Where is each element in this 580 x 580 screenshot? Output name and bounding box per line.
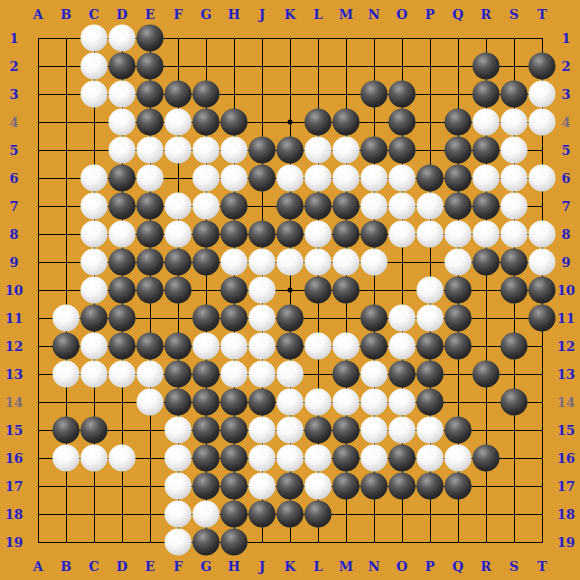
white-stone-F7 [165, 193, 192, 220]
star-point-K10 [288, 288, 293, 293]
column-label-bottom-Q: Q [452, 559, 463, 574]
white-stone-C13 [81, 361, 108, 388]
white-stone-G18 [193, 501, 220, 528]
black-stone-M17 [333, 473, 360, 500]
column-label-bottom-N: N [368, 559, 380, 574]
black-stone-K12 [277, 333, 304, 360]
black-stone-R5 [473, 137, 500, 164]
column-label-top-Q: Q [452, 7, 463, 22]
white-stone-C8 [81, 221, 108, 248]
white-stone-N13 [361, 361, 388, 388]
row-label-left-6: 6 [9, 171, 18, 186]
row-label-right-7: 7 [561, 199, 570, 214]
white-stone-D1 [109, 25, 136, 52]
black-stone-O13 [389, 361, 416, 388]
black-stone-T11 [529, 305, 556, 332]
white-stone-L6 [305, 165, 332, 192]
column-label-top-K: K [284, 7, 295, 22]
black-stone-G13 [193, 361, 220, 388]
white-stone-B16 [53, 445, 80, 472]
black-stone-R13 [473, 361, 500, 388]
black-stone-D9 [109, 249, 136, 276]
column-label-top-N: N [368, 7, 380, 22]
black-stone-J18 [249, 501, 276, 528]
row-label-left-19: 19 [5, 535, 23, 550]
white-stone-F4 [165, 109, 192, 136]
white-stone-L17 [305, 473, 332, 500]
column-label-bottom-G: G [200, 559, 211, 574]
black-stone-J6 [249, 165, 276, 192]
column-label-bottom-C: C [89, 559, 99, 574]
black-stone-H7 [221, 193, 248, 220]
star-point-K4 [288, 120, 293, 125]
black-stone-O4 [389, 109, 416, 136]
black-stone-M13 [333, 361, 360, 388]
white-stone-K15 [277, 417, 304, 444]
black-stone-Q11 [445, 305, 472, 332]
white-stone-P8 [417, 221, 444, 248]
white-stone-D16 [109, 445, 136, 472]
white-stone-D8 [109, 221, 136, 248]
white-stone-F16 [165, 445, 192, 472]
white-stone-B13 [53, 361, 80, 388]
white-stone-M6 [333, 165, 360, 192]
black-stone-H18 [221, 501, 248, 528]
white-stone-F17 [165, 473, 192, 500]
column-label-bottom-J: J [259, 559, 265, 574]
black-stone-Q4 [445, 109, 472, 136]
black-stone-S10 [501, 277, 528, 304]
black-stone-Q7 [445, 193, 472, 220]
column-label-top-L: L [313, 7, 322, 22]
black-stone-N3 [361, 81, 388, 108]
black-stone-H10 [221, 277, 248, 304]
black-stone-G14 [193, 389, 220, 416]
white-stone-C12 [81, 333, 108, 360]
white-stone-G6 [193, 165, 220, 192]
white-stone-O12 [389, 333, 416, 360]
row-label-right-16: 16 [557, 451, 575, 466]
black-stone-C11 [81, 305, 108, 332]
column-label-bottom-H: H [228, 559, 240, 574]
row-label-right-17: 17 [557, 479, 575, 494]
black-stone-N11 [361, 305, 388, 332]
white-stone-Q8 [445, 221, 472, 248]
black-stone-Q5 [445, 137, 472, 164]
black-stone-M8 [333, 221, 360, 248]
column-label-top-S: S [509, 7, 518, 22]
white-stone-O7 [389, 193, 416, 220]
white-stone-P15 [417, 417, 444, 444]
black-stone-G19 [193, 529, 220, 556]
white-stone-T8 [529, 221, 556, 248]
black-stone-G15 [193, 417, 220, 444]
column-label-top-C: C [89, 7, 99, 22]
black-stone-N12 [361, 333, 388, 360]
white-stone-F18 [165, 501, 192, 528]
column-label-top-B: B [61, 7, 72, 22]
black-stone-G16 [193, 445, 220, 472]
black-stone-Q17 [445, 473, 472, 500]
row-label-left-12: 12 [5, 339, 23, 354]
black-stone-G4 [193, 109, 220, 136]
black-stone-D11 [109, 305, 136, 332]
column-label-bottom-L: L [313, 559, 322, 574]
row-label-right-12: 12 [557, 339, 575, 354]
white-stone-P16 [417, 445, 444, 472]
black-stone-G9 [193, 249, 220, 276]
white-stone-N6 [361, 165, 388, 192]
black-stone-N17 [361, 473, 388, 500]
column-label-bottom-O: O [396, 559, 407, 574]
white-stone-F5 [165, 137, 192, 164]
row-label-left-9: 9 [9, 255, 18, 270]
row-label-right-14: 14 [557, 395, 575, 410]
white-stone-L16 [305, 445, 332, 472]
white-stone-T4 [529, 109, 556, 136]
black-stone-J14 [249, 389, 276, 416]
black-stone-F10 [165, 277, 192, 304]
row-label-left-17: 17 [5, 479, 23, 494]
black-stone-O17 [389, 473, 416, 500]
black-stone-L7 [305, 193, 332, 220]
column-label-top-J: J [259, 7, 265, 22]
white-stone-D13 [109, 361, 136, 388]
black-stone-E9 [137, 249, 164, 276]
column-label-top-F: F [173, 7, 182, 22]
column-label-bottom-S: S [509, 559, 518, 574]
black-stone-G11 [193, 305, 220, 332]
white-stone-T9 [529, 249, 556, 276]
black-stone-P6 [417, 165, 444, 192]
black-stone-H14 [221, 389, 248, 416]
go-board[interactable]: AABBCCDDEEFFGGHHJJKKLLMMNNOOPPQQRRSSTT11… [0, 0, 580, 580]
white-stone-O6 [389, 165, 416, 192]
black-stone-K18 [277, 501, 304, 528]
white-stone-J12 [249, 333, 276, 360]
row-label-left-13: 13 [5, 367, 23, 382]
white-stone-F8 [165, 221, 192, 248]
black-stone-N5 [361, 137, 388, 164]
black-stone-B12 [53, 333, 80, 360]
white-stone-C6 [81, 165, 108, 192]
row-label-right-6: 6 [561, 171, 570, 186]
black-stone-F3 [165, 81, 192, 108]
white-stone-K6 [277, 165, 304, 192]
row-label-right-19: 19 [557, 535, 575, 550]
white-stone-D3 [109, 81, 136, 108]
white-stone-F19 [165, 529, 192, 556]
column-label-top-D: D [116, 7, 127, 22]
black-stone-T2 [529, 53, 556, 80]
row-label-left-5: 5 [9, 143, 18, 158]
black-stone-Q15 [445, 417, 472, 444]
column-label-bottom-P: P [425, 559, 435, 574]
black-stone-K7 [277, 193, 304, 220]
black-stone-H16 [221, 445, 248, 472]
column-label-bottom-D: D [116, 559, 127, 574]
white-stone-G5 [193, 137, 220, 164]
white-stone-K16 [277, 445, 304, 472]
black-stone-M15 [333, 417, 360, 444]
white-stone-J10 [249, 277, 276, 304]
column-label-top-R: R [481, 7, 492, 22]
black-stone-O5 [389, 137, 416, 164]
column-label-top-M: M [339, 7, 353, 22]
white-stone-Q16 [445, 445, 472, 472]
black-stone-R7 [473, 193, 500, 220]
black-stone-M7 [333, 193, 360, 220]
black-stone-M16 [333, 445, 360, 472]
white-stone-G7 [193, 193, 220, 220]
white-stone-G12 [193, 333, 220, 360]
black-stone-L18 [305, 501, 332, 528]
white-stone-H9 [221, 249, 248, 276]
row-label-right-2: 2 [561, 59, 570, 74]
black-stone-P13 [417, 361, 444, 388]
white-stone-L5 [305, 137, 332, 164]
row-label-right-3: 3 [561, 87, 570, 102]
black-stone-E1 [137, 25, 164, 52]
black-stone-S14 [501, 389, 528, 416]
black-stone-G3 [193, 81, 220, 108]
row-label-right-8: 8 [561, 227, 570, 242]
row-label-left-2: 2 [9, 59, 18, 74]
white-stone-O8 [389, 221, 416, 248]
white-stone-K13 [277, 361, 304, 388]
black-stone-D2 [109, 53, 136, 80]
white-stone-B11 [53, 305, 80, 332]
column-label-bottom-B: B [61, 559, 72, 574]
white-stone-N15 [361, 417, 388, 444]
white-stone-C10 [81, 277, 108, 304]
black-stone-E10 [137, 277, 164, 304]
black-stone-E7 [137, 193, 164, 220]
white-stone-N7 [361, 193, 388, 220]
black-stone-F9 [165, 249, 192, 276]
column-label-top-H: H [228, 7, 240, 22]
white-stone-E14 [137, 389, 164, 416]
black-stone-F13 [165, 361, 192, 388]
row-label-left-7: 7 [9, 199, 18, 214]
row-label-left-14: 14 [5, 395, 23, 410]
column-label-bottom-F: F [173, 559, 182, 574]
white-stone-F15 [165, 417, 192, 444]
white-stone-H5 [221, 137, 248, 164]
black-stone-O3 [389, 81, 416, 108]
white-stone-N9 [361, 249, 388, 276]
column-label-top-G: G [200, 7, 211, 22]
white-stone-M5 [333, 137, 360, 164]
black-stone-S12 [501, 333, 528, 360]
row-label-left-16: 16 [5, 451, 23, 466]
black-stone-D12 [109, 333, 136, 360]
white-stone-E6 [137, 165, 164, 192]
row-label-left-11: 11 [5, 311, 23, 326]
row-label-right-10: 10 [557, 283, 575, 298]
white-stone-R8 [473, 221, 500, 248]
black-stone-F14 [165, 389, 192, 416]
white-stone-N16 [361, 445, 388, 472]
black-stone-F12 [165, 333, 192, 360]
white-stone-K14 [277, 389, 304, 416]
black-stone-R16 [473, 445, 500, 472]
column-label-bottom-E: E [145, 559, 155, 574]
column-label-bottom-M: M [339, 559, 353, 574]
white-stone-M14 [333, 389, 360, 416]
white-stone-R4 [473, 109, 500, 136]
black-stone-D10 [109, 277, 136, 304]
row-label-right-4: 4 [561, 115, 570, 130]
white-stone-O11 [389, 305, 416, 332]
column-label-top-T: T [537, 7, 547, 22]
white-stone-O14 [389, 389, 416, 416]
black-stone-L4 [305, 109, 332, 136]
white-stone-S5 [501, 137, 528, 164]
white-stone-L8 [305, 221, 332, 248]
black-stone-C15 [81, 417, 108, 444]
black-stone-B15 [53, 417, 80, 444]
column-label-top-E: E [145, 7, 155, 22]
black-stone-J8 [249, 221, 276, 248]
black-stone-J5 [249, 137, 276, 164]
black-stone-R2 [473, 53, 500, 80]
black-stone-P17 [417, 473, 444, 500]
white-stone-R6 [473, 165, 500, 192]
white-stone-T3 [529, 81, 556, 108]
black-stone-L10 [305, 277, 332, 304]
black-stone-N8 [361, 221, 388, 248]
black-stone-H17 [221, 473, 248, 500]
white-stone-E5 [137, 137, 164, 164]
white-stone-C9 [81, 249, 108, 276]
white-stone-J16 [249, 445, 276, 472]
white-stone-J17 [249, 473, 276, 500]
white-stone-C3 [81, 81, 108, 108]
black-stone-O16 [389, 445, 416, 472]
row-label-right-15: 15 [557, 423, 575, 438]
row-label-right-5: 5 [561, 143, 570, 158]
black-stone-S9 [501, 249, 528, 276]
white-stone-D5 [109, 137, 136, 164]
row-label-left-18: 18 [5, 507, 23, 522]
white-stone-D4 [109, 109, 136, 136]
black-stone-K17 [277, 473, 304, 500]
white-stone-L14 [305, 389, 332, 416]
black-stone-E3 [137, 81, 164, 108]
column-label-top-A: A [33, 7, 43, 22]
white-stone-J15 [249, 417, 276, 444]
black-stone-K8 [277, 221, 304, 248]
column-label-top-O: O [396, 7, 407, 22]
row-label-right-1: 1 [561, 31, 570, 46]
black-stone-H8 [221, 221, 248, 248]
column-label-bottom-K: K [284, 559, 295, 574]
black-stone-G8 [193, 221, 220, 248]
black-stone-K11 [277, 305, 304, 332]
white-stone-Q9 [445, 249, 472, 276]
black-stone-E12 [137, 333, 164, 360]
black-stone-E4 [137, 109, 164, 136]
white-stone-L12 [305, 333, 332, 360]
black-stone-Q6 [445, 165, 472, 192]
black-stone-Q10 [445, 277, 472, 304]
row-label-right-9: 9 [561, 255, 570, 270]
black-stone-G17 [193, 473, 220, 500]
black-stone-K5 [277, 137, 304, 164]
black-stone-M4 [333, 109, 360, 136]
white-stone-N14 [361, 389, 388, 416]
white-stone-P10 [417, 277, 444, 304]
white-stone-S8 [501, 221, 528, 248]
column-label-top-P: P [425, 7, 435, 22]
black-stone-R9 [473, 249, 500, 276]
black-stone-H15 [221, 417, 248, 444]
row-label-right-11: 11 [557, 311, 575, 326]
white-stone-E13 [137, 361, 164, 388]
white-stone-J11 [249, 305, 276, 332]
white-stone-J9 [249, 249, 276, 276]
row-label-left-3: 3 [9, 87, 18, 102]
black-stone-T10 [529, 277, 556, 304]
row-label-left-4: 4 [9, 115, 18, 130]
white-stone-P7 [417, 193, 444, 220]
grid-line-horizontal [38, 542, 543, 543]
white-stone-H6 [221, 165, 248, 192]
black-stone-S3 [501, 81, 528, 108]
black-stone-P14 [417, 389, 444, 416]
black-stone-P12 [417, 333, 444, 360]
black-stone-M10 [333, 277, 360, 304]
row-label-right-13: 13 [557, 367, 575, 382]
row-label-left-10: 10 [5, 283, 23, 298]
row-label-right-18: 18 [557, 507, 575, 522]
row-label-left-1: 1 [9, 31, 18, 46]
white-stone-T6 [529, 165, 556, 192]
white-stone-C1 [81, 25, 108, 52]
black-stone-E2 [137, 53, 164, 80]
black-stone-L15 [305, 417, 332, 444]
white-stone-S4 [501, 109, 528, 136]
black-stone-H11 [221, 305, 248, 332]
column-label-bottom-A: A [33, 559, 43, 574]
column-label-bottom-R: R [481, 559, 492, 574]
black-stone-H19 [221, 529, 248, 556]
row-label-left-15: 15 [5, 423, 23, 438]
white-stone-S7 [501, 193, 528, 220]
white-stone-C2 [81, 53, 108, 80]
black-stone-E8 [137, 221, 164, 248]
white-stone-C7 [81, 193, 108, 220]
white-stone-L9 [305, 249, 332, 276]
white-stone-P11 [417, 305, 444, 332]
white-stone-J13 [249, 361, 276, 388]
white-stone-K9 [277, 249, 304, 276]
row-label-left-8: 8 [9, 227, 18, 242]
black-stone-D7 [109, 193, 136, 220]
black-stone-D6 [109, 165, 136, 192]
black-stone-R3 [473, 81, 500, 108]
black-stone-Q12 [445, 333, 472, 360]
white-stone-O15 [389, 417, 416, 444]
black-stone-H4 [221, 109, 248, 136]
white-stone-S6 [501, 165, 528, 192]
column-label-bottom-T: T [537, 559, 547, 574]
white-stone-M9 [333, 249, 360, 276]
white-stone-H12 [221, 333, 248, 360]
white-stone-H13 [221, 361, 248, 388]
white-stone-C16 [81, 445, 108, 472]
